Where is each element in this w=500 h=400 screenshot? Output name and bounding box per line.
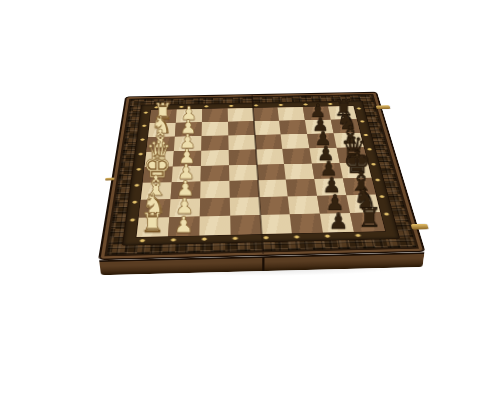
- square: ♜: [137, 217, 170, 237]
- square: [201, 135, 228, 150]
- square: [227, 108, 253, 122]
- square: [202, 108, 228, 122]
- white-rook-piece: ♜: [140, 210, 164, 237]
- square: ♟: [320, 213, 354, 232]
- square: [281, 134, 310, 149]
- square: [200, 198, 230, 217]
- square: ♟: [168, 217, 200, 237]
- square: ♜: [350, 212, 385, 231]
- black-rook-piece: ♜: [358, 205, 382, 232]
- square: [255, 149, 284, 165]
- square: [200, 181, 229, 199]
- square: [258, 180, 288, 197]
- square: [253, 108, 280, 122]
- square: [228, 135, 256, 150]
- brass-clasp-far: [376, 105, 391, 109]
- square: [229, 197, 260, 215]
- front-fold-seam: [262, 256, 264, 271]
- black-pawn-piece: ♟: [329, 210, 349, 232]
- square: [288, 196, 320, 214]
- square: [200, 165, 229, 182]
- product-photo-background: ♜♟♟♜♞♟♟♞♝♟♟♝♛♟♟♛♚♟♟♚♝♟♟♝♞♟♟♞♜♟♟♜: [0, 0, 500, 400]
- square: [286, 179, 317, 196]
- white-pawn-piece: ♟: [173, 213, 193, 235]
- square: [259, 197, 290, 215]
- square: [290, 214, 323, 233]
- square: [230, 215, 261, 235]
- square: [260, 214, 292, 234]
- square: [254, 134, 282, 149]
- chess-board: ♜♟♟♜♞♟♟♞♝♟♟♝♛♟♟♛♚♟♟♚♝♟♟♝♞♟♟♞♜♟♟♜: [98, 92, 426, 260]
- square: [199, 216, 230, 236]
